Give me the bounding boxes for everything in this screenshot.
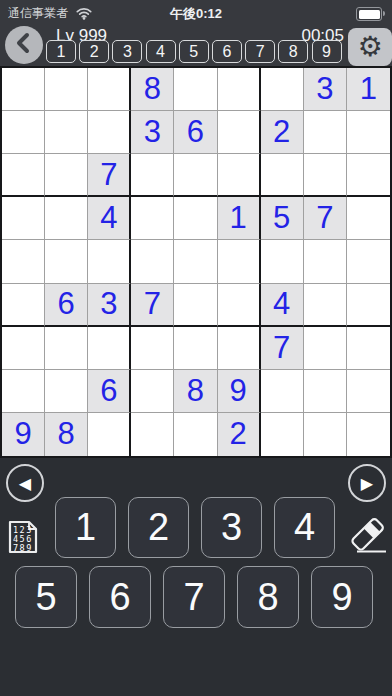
strip-button-2[interactable]: 2 <box>79 40 109 63</box>
grid-cell-r6c2[interactable]: 6 <box>45 284 88 327</box>
grid-cell-r7c7[interactable]: 7 <box>261 327 304 370</box>
grid-cell-r5c7[interactable] <box>261 240 304 283</box>
grid-cell-r4c1[interactable] <box>2 197 45 240</box>
grid-cell-r9c4[interactable] <box>131 413 174 456</box>
grid-cell-r2c9[interactable] <box>347 111 390 154</box>
strip-button-7[interactable]: 7 <box>245 40 275 63</box>
number-pad-row-1: 1234 <box>55 497 335 558</box>
grid-cell-r9c7[interactable] <box>261 413 304 456</box>
grid-cell-r6c8[interactable] <box>304 284 347 327</box>
status-bar: 通信事業者 午後0:12 <box>0 0 392 24</box>
strip-button-4[interactable]: 4 <box>146 40 176 63</box>
pad-button-9[interactable]: 9 <box>311 566 373 628</box>
grid-cell-r6c5[interactable] <box>174 284 217 327</box>
grid-cell-r3c1[interactable] <box>2 154 45 197</box>
digit-count-strip: 123456789 <box>46 40 342 63</box>
grid-cell-r6c6[interactable] <box>218 284 261 327</box>
grid-cell-r3c9[interactable] <box>347 154 390 197</box>
pad-button-1[interactable]: 1 <box>55 497 116 558</box>
grid-cell-r4c7[interactable]: 5 <box>261 197 304 240</box>
grid-cell-r7c9[interactable] <box>347 327 390 370</box>
pad-button-5[interactable]: 5 <box>15 566 77 628</box>
grid-cell-r6c1[interactable] <box>2 284 45 327</box>
grid-cell-r4c6[interactable]: 1 <box>218 197 261 240</box>
eraser-button[interactable] <box>348 518 388 556</box>
pad-button-2[interactable]: 2 <box>128 497 189 558</box>
grid-cell-r7c2[interactable] <box>45 327 88 370</box>
strip-button-8[interactable]: 8 <box>278 40 308 63</box>
grid-cell-r1c9[interactable]: 1 <box>347 68 390 111</box>
battery-icon <box>356 7 382 21</box>
grid-cell-r3c8[interactable] <box>304 154 347 197</box>
grid-cell-r1c4[interactable]: 8 <box>131 68 174 111</box>
grid-cell-r3c3[interactable]: 7 <box>88 154 131 197</box>
grid-cell-r4c9[interactable] <box>347 197 390 240</box>
grid-cell-r2c1[interactable] <box>2 111 45 154</box>
grid-cell-r6c9[interactable] <box>347 284 390 327</box>
chevron-left-icon <box>14 31 34 59</box>
redo-next-button[interactable]: ▶ <box>348 464 386 502</box>
grid-cell-r8c9[interactable] <box>347 370 390 413</box>
grid-cell-r6c3[interactable]: 3 <box>88 284 131 327</box>
grid-cell-r2c5[interactable]: 6 <box>174 111 217 154</box>
grid-cell-r5c8[interactable] <box>304 240 347 283</box>
grid-cell-r1c6[interactable] <box>218 68 261 111</box>
grid-cell-r7c6[interactable] <box>218 327 261 370</box>
grid-cell-r3c6[interactable] <box>218 154 261 197</box>
pad-button-3[interactable]: 3 <box>201 497 262 558</box>
grid-cell-r9c6[interactable]: 2 <box>218 413 261 456</box>
status-time: 午後0:12 <box>0 5 392 23</box>
grid-cell-r9c1[interactable]: 9 <box>2 413 45 456</box>
sudoku-app: 通信事業者 午後0:12 Lv 999 00:05 <box>0 0 392 696</box>
grid-cell-r7c1[interactable] <box>2 327 45 370</box>
grid-cell-r2c3[interactable] <box>88 111 131 154</box>
settings-button[interactable]: ⚙ <box>348 28 392 66</box>
grid-cell-r4c3[interactable]: 4 <box>88 197 131 240</box>
grid-cell-r3c7[interactable] <box>261 154 304 197</box>
grid-cell-r3c2[interactable] <box>45 154 88 197</box>
grid-cell-r1c8[interactable]: 3 <box>304 68 347 111</box>
grid-cell-r4c5[interactable] <box>174 197 217 240</box>
grid-cell-r2c6[interactable] <box>218 111 261 154</box>
pad-button-4[interactable]: 4 <box>274 497 335 558</box>
strip-button-9[interactable]: 9 <box>312 40 342 63</box>
grid-cell-r4c4[interactable] <box>131 197 174 240</box>
grid-cell-r3c5[interactable] <box>174 154 217 197</box>
gear-icon: ⚙ <box>357 33 382 61</box>
strip-button-6[interactable]: 6 <box>212 40 242 63</box>
arrow-right-icon: ▶ <box>361 474 373 493</box>
arrow-left-icon: ◀ <box>19 474 31 493</box>
grid-cell-r5c1[interactable] <box>2 240 45 283</box>
grid-cell-r8c6[interactable]: 9 <box>218 370 261 413</box>
grid-cell-r7c4[interactable] <box>131 327 174 370</box>
svg-text:789: 789 <box>13 543 33 553</box>
grid-cell-r9c2[interactable]: 8 <box>45 413 88 456</box>
grid-cell-r4c2[interactable] <box>45 197 88 240</box>
grid-cell-r2c2[interactable] <box>45 111 88 154</box>
grid-cell-r5c4[interactable] <box>131 240 174 283</box>
memo-mode-button[interactable]: 123 456 789 <box>7 519 39 555</box>
strip-button-5[interactable]: 5 <box>179 40 209 63</box>
grid-cell-r6c4[interactable]: 7 <box>131 284 174 327</box>
grid-cell-r7c3[interactable] <box>88 327 131 370</box>
number-pad-row-2: 56789 <box>15 566 373 628</box>
grid-cell-r8c7[interactable] <box>261 370 304 413</box>
grid-cell-r8c3[interactable]: 6 <box>88 370 131 413</box>
grid-cell-r2c4[interactable]: 3 <box>131 111 174 154</box>
back-button[interactable] <box>5 26 43 64</box>
pad-button-8[interactable]: 8 <box>237 566 299 628</box>
grid-cell-r1c1[interactable] <box>2 68 45 111</box>
grid-cell-r9c3[interactable] <box>88 413 131 456</box>
grid-cell-r5c2[interactable] <box>45 240 88 283</box>
grid-cell-r8c2[interactable] <box>45 370 88 413</box>
grid-cell-r7c8[interactable] <box>304 327 347 370</box>
pad-button-6[interactable]: 6 <box>89 566 151 628</box>
grid-cell-r8c8[interactable] <box>304 370 347 413</box>
pad-button-7[interactable]: 7 <box>163 566 225 628</box>
grid-cell-r8c4[interactable] <box>131 370 174 413</box>
grid-cell-r8c1[interactable] <box>2 370 45 413</box>
grid-cell-r6c7[interactable]: 4 <box>261 284 304 327</box>
undo-prev-button[interactable]: ◀ <box>6 464 44 502</box>
grid-cell-r5c9[interactable] <box>347 240 390 283</box>
grid-cell-r1c3[interactable] <box>88 68 131 111</box>
grid-cell-r4c8[interactable]: 7 <box>304 197 347 240</box>
sudoku-grid: 8313627415763747689982 <box>0 66 392 458</box>
grid-cell-r1c5[interactable] <box>174 68 217 111</box>
top-bar: 通信事業者 午後0:12 Lv 999 00:05 <box>0 0 392 66</box>
grid-cell-r5c6[interactable] <box>218 240 261 283</box>
grid-cell-r9c5[interactable] <box>174 413 217 456</box>
grid-cell-r5c5[interactable] <box>174 240 217 283</box>
grid-cell-r5c3[interactable] <box>88 240 131 283</box>
grid-cell-r3c4[interactable] <box>131 154 174 197</box>
grid-cell-r2c8[interactable] <box>304 111 347 154</box>
grid-cell-r1c7[interactable] <box>261 68 304 111</box>
grid-cell-r7c5[interactable] <box>174 327 217 370</box>
pencil-marks-icon: 123 456 789 <box>7 543 39 558</box>
grid-cell-r9c9[interactable] <box>347 413 390 456</box>
strip-button-1[interactable]: 1 <box>46 40 76 63</box>
grid-cell-r1c2[interactable] <box>45 68 88 111</box>
grid-cell-r2c7[interactable]: 2 <box>261 111 304 154</box>
eraser-icon <box>348 544 388 559</box>
grid-cell-r8c5[interactable]: 8 <box>174 370 217 413</box>
grid-cell-r9c8[interactable] <box>304 413 347 456</box>
strip-button-3[interactable]: 3 <box>112 40 142 63</box>
